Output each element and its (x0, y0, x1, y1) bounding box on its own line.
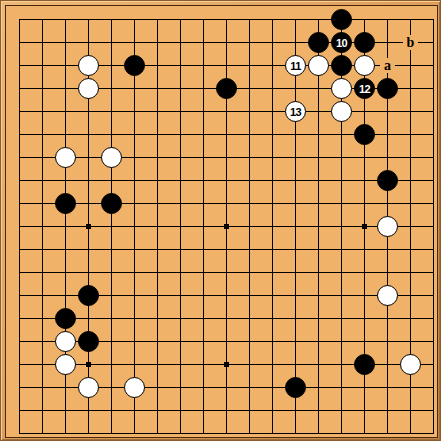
intersection-c5-r10[interactable] (100, 215, 123, 238)
intersection-c17-r6[interactable] (376, 123, 399, 146)
intersection-c9-r18[interactable] (192, 399, 215, 422)
intersection-c3-r9[interactable] (54, 192, 77, 215)
intersection-c1-r14[interactable] (8, 307, 31, 330)
intersection-c12-r3[interactable] (261, 54, 284, 77)
intersection-c4-r12[interactable] (77, 261, 100, 284)
intersection-c4-r7[interactable] (77, 146, 100, 169)
intersection-c7-r3[interactable] (146, 54, 169, 77)
intersection-c12-r6[interactable] (261, 123, 284, 146)
intersection-c17-r19[interactable] (376, 422, 399, 441)
intersection-c9-r7[interactable] (192, 146, 215, 169)
intersection-c17-r7[interactable] (376, 146, 399, 169)
intersection-c15-r9[interactable] (330, 192, 353, 215)
intersection-c16-r6[interactable] (353, 123, 376, 146)
intersection-c16-r1[interactable] (353, 8, 376, 31)
intersection-c15-r3[interactable] (330, 54, 353, 77)
intersection-c11-r14[interactable] (238, 307, 261, 330)
intersection-c12-r4[interactable] (261, 77, 284, 100)
intersection-c2-r15[interactable] (31, 330, 54, 353)
intersection-c11-r4[interactable] (238, 77, 261, 100)
intersection-c16-r7[interactable] (353, 146, 376, 169)
intersection-c19-r10[interactable] (422, 215, 441, 238)
intersection-c9-r2[interactable] (192, 31, 215, 54)
intersection-c13-r11[interactable] (284, 238, 307, 261)
intersection-c12-r1[interactable] (261, 8, 284, 31)
intersection-c17-r10[interactable] (376, 215, 399, 238)
intersection-c3-r5[interactable] (54, 100, 77, 123)
intersection-c7-r12[interactable] (146, 261, 169, 284)
intersection-c19-r5[interactable] (422, 100, 441, 123)
intersection-c16-r17[interactable] (353, 376, 376, 399)
intersection-c15-r19[interactable] (330, 422, 353, 441)
intersection-c6-r7[interactable] (123, 146, 146, 169)
intersection-c18-r3[interactable] (399, 54, 422, 77)
intersection-c1-r11[interactable] (8, 238, 31, 261)
intersection-c19-r16[interactable] (422, 353, 441, 376)
intersection-c15-r10[interactable] (330, 215, 353, 238)
intersection-c7-r14[interactable] (146, 307, 169, 330)
intersection-c12-r5[interactable] (261, 100, 284, 123)
intersection-c17-r5[interactable] (376, 100, 399, 123)
intersection-c13-r16[interactable] (284, 353, 307, 376)
intersection-c7-r15[interactable] (146, 330, 169, 353)
intersection-c7-r17[interactable] (146, 376, 169, 399)
intersection-c16-r4[interactable]: 12 (353, 77, 376, 100)
intersection-c9-r17[interactable] (192, 376, 215, 399)
intersection-c11-r9[interactable] (238, 192, 261, 215)
intersection-c7-r1[interactable] (146, 8, 169, 31)
intersection-c1-r1[interactable] (8, 8, 31, 31)
intersection-c14-r11[interactable] (307, 238, 330, 261)
intersection-c10-r10[interactable] (215, 215, 238, 238)
intersection-c2-r19[interactable] (31, 422, 54, 441)
intersection-c15-r15[interactable] (330, 330, 353, 353)
intersection-c12-r19[interactable] (261, 422, 284, 441)
intersection-c18-r14[interactable] (399, 307, 422, 330)
intersection-c11-r15[interactable] (238, 330, 261, 353)
intersection-c19-r2[interactable] (422, 31, 441, 54)
intersection-c6-r13[interactable] (123, 284, 146, 307)
intersection-c10-r15[interactable] (215, 330, 238, 353)
intersection-c6-r16[interactable] (123, 353, 146, 376)
intersection-c13-r9[interactable] (284, 192, 307, 215)
intersection-c7-r7[interactable] (146, 146, 169, 169)
intersection-c11-r2[interactable] (238, 31, 261, 54)
intersection-c1-r17[interactable] (8, 376, 31, 399)
intersection-c9-r3[interactable] (192, 54, 215, 77)
intersection-c12-r13[interactable] (261, 284, 284, 307)
intersection-c18-r17[interactable] (399, 376, 422, 399)
intersection-c10-r13[interactable] (215, 284, 238, 307)
intersection-c14-r3[interactable] (307, 54, 330, 77)
intersection-c6-r11[interactable] (123, 238, 146, 261)
intersection-c7-r2[interactable] (146, 31, 169, 54)
intersection-c19-r1[interactable] (422, 8, 441, 31)
intersection-c15-r6[interactable] (330, 123, 353, 146)
intersection-c2-r16[interactable] (31, 353, 54, 376)
intersection-c6-r17[interactable] (123, 376, 146, 399)
intersection-c18-r9[interactable] (399, 192, 422, 215)
intersection-c8-r7[interactable] (169, 146, 192, 169)
intersection-c17-r12[interactable] (376, 261, 399, 284)
intersection-c8-r5[interactable] (169, 100, 192, 123)
intersection-c10-r2[interactable] (215, 31, 238, 54)
intersection-c13-r18[interactable] (284, 399, 307, 422)
intersection-c7-r11[interactable] (146, 238, 169, 261)
intersection-c1-r16[interactable] (8, 353, 31, 376)
intersection-c1-r19[interactable] (8, 422, 31, 441)
intersection-c14-r10[interactable] (307, 215, 330, 238)
intersection-c13-r15[interactable] (284, 330, 307, 353)
intersection-c6-r10[interactable] (123, 215, 146, 238)
intersection-c14-r9[interactable] (307, 192, 330, 215)
intersection-c3-r13[interactable] (54, 284, 77, 307)
intersection-c14-r1[interactable] (307, 8, 330, 31)
intersection-c18-r10[interactable] (399, 215, 422, 238)
intersection-c8-r16[interactable] (169, 353, 192, 376)
intersection-c11-r5[interactable] (238, 100, 261, 123)
intersection-c3-r14[interactable] (54, 307, 77, 330)
intersection-c17-r2[interactable] (376, 31, 399, 54)
intersection-c1-r12[interactable] (8, 261, 31, 284)
intersection-c6-r5[interactable] (123, 100, 146, 123)
intersection-c19-r11[interactable] (422, 238, 441, 261)
intersection-c5-r5[interactable] (100, 100, 123, 123)
intersection-c12-r12[interactable] (261, 261, 284, 284)
intersection-c8-r6[interactable] (169, 123, 192, 146)
intersection-c16-r19[interactable] (353, 422, 376, 441)
intersection-c12-r9[interactable] (261, 192, 284, 215)
intersection-c15-r11[interactable] (330, 238, 353, 261)
intersection-c13-r1[interactable] (284, 8, 307, 31)
intersection-c2-r8[interactable] (31, 169, 54, 192)
intersection-c5-r8[interactable] (100, 169, 123, 192)
intersection-c13-r5[interactable]: 13 (284, 100, 307, 123)
intersection-c3-r7[interactable] (54, 146, 77, 169)
intersection-c18-r2[interactable]: b (399, 31, 422, 54)
intersection-c1-r9[interactable] (8, 192, 31, 215)
intersection-c18-r13[interactable] (399, 284, 422, 307)
intersection-c10-r3[interactable] (215, 54, 238, 77)
intersection-c5-r6[interactable] (100, 123, 123, 146)
intersection-c9-r9[interactable] (192, 192, 215, 215)
intersection-c1-r8[interactable] (8, 169, 31, 192)
intersection-c3-r16[interactable] (54, 353, 77, 376)
intersection-c2-r1[interactable] (31, 8, 54, 31)
intersection-c15-r2[interactable]: 10 (330, 31, 353, 54)
intersection-c17-r1[interactable] (376, 8, 399, 31)
intersection-c11-r3[interactable] (238, 54, 261, 77)
intersection-c6-r6[interactable] (123, 123, 146, 146)
intersection-c10-r7[interactable] (215, 146, 238, 169)
intersection-c1-r2[interactable] (8, 31, 31, 54)
intersection-c7-r6[interactable] (146, 123, 169, 146)
intersection-c16-r13[interactable] (353, 284, 376, 307)
intersection-c3-r19[interactable] (54, 422, 77, 441)
intersection-c1-r6[interactable] (8, 123, 31, 146)
intersection-c13-r8[interactable] (284, 169, 307, 192)
intersection-c19-r12[interactable] (422, 261, 441, 284)
intersection-c4-r4[interactable] (77, 77, 100, 100)
intersection-c15-r17[interactable] (330, 376, 353, 399)
intersection-c10-r4[interactable] (215, 77, 238, 100)
intersection-c1-r3[interactable] (8, 54, 31, 77)
intersection-c18-r16[interactable] (399, 353, 422, 376)
intersection-c13-r3[interactable]: 11 (284, 54, 307, 77)
intersection-c11-r6[interactable] (238, 123, 261, 146)
intersection-c18-r11[interactable] (399, 238, 422, 261)
intersection-c14-r18[interactable] (307, 399, 330, 422)
intersection-c7-r8[interactable] (146, 169, 169, 192)
intersection-c3-r3[interactable] (54, 54, 77, 77)
intersection-c10-r19[interactable] (215, 422, 238, 441)
intersection-c10-r18[interactable] (215, 399, 238, 422)
intersection-c11-r17[interactable] (238, 376, 261, 399)
intersection-c17-r3[interactable]: a (376, 54, 399, 77)
intersection-c9-r12[interactable] (192, 261, 215, 284)
intersection-c14-r19[interactable] (307, 422, 330, 441)
intersection-c6-r14[interactable] (123, 307, 146, 330)
intersection-c13-r4[interactable] (284, 77, 307, 100)
intersection-c13-r7[interactable] (284, 146, 307, 169)
intersection-c9-r15[interactable] (192, 330, 215, 353)
intersection-c4-r19[interactable] (77, 422, 100, 441)
intersection-c18-r19[interactable] (399, 422, 422, 441)
intersection-c9-r1[interactable] (192, 8, 215, 31)
intersection-c8-r2[interactable] (169, 31, 192, 54)
intersection-c6-r18[interactable] (123, 399, 146, 422)
intersection-c14-r16[interactable] (307, 353, 330, 376)
intersection-c2-r10[interactable] (31, 215, 54, 238)
intersection-c5-r15[interactable] (100, 330, 123, 353)
intersection-c16-r8[interactable] (353, 169, 376, 192)
intersection-c9-r8[interactable] (192, 169, 215, 192)
intersection-c14-r8[interactable] (307, 169, 330, 192)
intersection-c18-r12[interactable] (399, 261, 422, 284)
intersection-c3-r18[interactable] (54, 399, 77, 422)
intersection-c5-r3[interactable] (100, 54, 123, 77)
intersection-c10-r11[interactable] (215, 238, 238, 261)
intersection-c13-r2[interactable] (284, 31, 307, 54)
intersection-c17-r4[interactable] (376, 77, 399, 100)
intersection-c15-r5[interactable] (330, 100, 353, 123)
intersection-c4-r10[interactable] (77, 215, 100, 238)
intersection-c17-r17[interactable] (376, 376, 399, 399)
intersection-c1-r7[interactable] (8, 146, 31, 169)
intersection-c7-r16[interactable] (146, 353, 169, 376)
intersection-c17-r16[interactable] (376, 353, 399, 376)
intersection-c11-r13[interactable] (238, 284, 261, 307)
intersection-c5-r12[interactable] (100, 261, 123, 284)
intersection-c12-r8[interactable] (261, 169, 284, 192)
intersection-c10-r5[interactable] (215, 100, 238, 123)
intersection-c16-r16[interactable] (353, 353, 376, 376)
intersection-c5-r13[interactable] (100, 284, 123, 307)
intersection-c11-r12[interactable] (238, 261, 261, 284)
intersection-c10-r14[interactable] (215, 307, 238, 330)
intersection-c8-r11[interactable] (169, 238, 192, 261)
intersection-c17-r18[interactable] (376, 399, 399, 422)
intersection-c2-r17[interactable] (31, 376, 54, 399)
intersection-c5-r2[interactable] (100, 31, 123, 54)
intersection-c15-r16[interactable] (330, 353, 353, 376)
intersection-c2-r3[interactable] (31, 54, 54, 77)
intersection-c17-r14[interactable] (376, 307, 399, 330)
intersection-c15-r7[interactable] (330, 146, 353, 169)
intersection-c18-r5[interactable] (399, 100, 422, 123)
intersection-c14-r7[interactable] (307, 146, 330, 169)
intersection-c3-r15[interactable] (54, 330, 77, 353)
intersection-c2-r14[interactable] (31, 307, 54, 330)
intersection-c18-r4[interactable] (399, 77, 422, 100)
intersection-c15-r12[interactable] (330, 261, 353, 284)
intersection-c13-r10[interactable] (284, 215, 307, 238)
intersection-c2-r9[interactable] (31, 192, 54, 215)
intersection-c9-r16[interactable] (192, 353, 215, 376)
intersection-c16-r9[interactable] (353, 192, 376, 215)
intersection-c4-r5[interactable] (77, 100, 100, 123)
intersection-c1-r15[interactable] (8, 330, 31, 353)
intersection-c15-r18[interactable] (330, 399, 353, 422)
intersection-c13-r6[interactable] (284, 123, 307, 146)
intersection-c12-r11[interactable] (261, 238, 284, 261)
intersection-c11-r8[interactable] (238, 169, 261, 192)
intersection-c14-r2[interactable] (307, 31, 330, 54)
intersection-c3-r10[interactable] (54, 215, 77, 238)
intersection-c3-r11[interactable] (54, 238, 77, 261)
intersection-c1-r5[interactable] (8, 100, 31, 123)
intersection-c8-r3[interactable] (169, 54, 192, 77)
intersection-c4-r9[interactable] (77, 192, 100, 215)
intersection-c19-r9[interactable] (422, 192, 441, 215)
intersection-c2-r12[interactable] (31, 261, 54, 284)
intersection-c11-r1[interactable] (238, 8, 261, 31)
intersection-c19-r18[interactable] (422, 399, 441, 422)
intersection-c18-r7[interactable] (399, 146, 422, 169)
intersection-c15-r8[interactable] (330, 169, 353, 192)
intersection-c1-r10[interactable] (8, 215, 31, 238)
intersection-c17-r15[interactable] (376, 330, 399, 353)
intersection-c16-r2[interactable] (353, 31, 376, 54)
intersection-c14-r13[interactable] (307, 284, 330, 307)
intersection-c5-r9[interactable] (100, 192, 123, 215)
intersection-c6-r19[interactable] (123, 422, 146, 441)
intersection-c17-r8[interactable] (376, 169, 399, 192)
intersection-c19-r3[interactable] (422, 54, 441, 77)
intersection-c7-r19[interactable] (146, 422, 169, 441)
intersection-c14-r15[interactable] (307, 330, 330, 353)
intersection-c19-r8[interactable] (422, 169, 441, 192)
intersection-c5-r16[interactable] (100, 353, 123, 376)
intersection-c13-r13[interactable] (284, 284, 307, 307)
intersection-c4-r15[interactable] (77, 330, 100, 353)
intersection-c12-r17[interactable] (261, 376, 284, 399)
intersection-c7-r9[interactable] (146, 192, 169, 215)
intersection-c16-r12[interactable] (353, 261, 376, 284)
intersection-c8-r15[interactable] (169, 330, 192, 353)
intersection-c10-r16[interactable] (215, 353, 238, 376)
intersection-c7-r4[interactable] (146, 77, 169, 100)
intersection-c6-r8[interactable] (123, 169, 146, 192)
intersection-c4-r2[interactable] (77, 31, 100, 54)
intersection-c4-r11[interactable] (77, 238, 100, 261)
intersection-c17-r11[interactable] (376, 238, 399, 261)
intersection-c16-r3[interactable] (353, 54, 376, 77)
intersection-c12-r7[interactable] (261, 146, 284, 169)
intersection-c8-r8[interactable] (169, 169, 192, 192)
intersection-c11-r11[interactable] (238, 238, 261, 261)
intersection-c5-r4[interactable] (100, 77, 123, 100)
intersection-c7-r5[interactable] (146, 100, 169, 123)
intersection-c9-r19[interactable] (192, 422, 215, 441)
intersection-c9-r11[interactable] (192, 238, 215, 261)
intersection-c7-r18[interactable] (146, 399, 169, 422)
intersection-c2-r13[interactable] (31, 284, 54, 307)
intersection-c2-r6[interactable] (31, 123, 54, 146)
intersection-c15-r13[interactable] (330, 284, 353, 307)
intersection-c3-r12[interactable] (54, 261, 77, 284)
intersection-c8-r12[interactable] (169, 261, 192, 284)
intersection-c16-r14[interactable] (353, 307, 376, 330)
intersection-c15-r4[interactable] (330, 77, 353, 100)
intersection-c5-r18[interactable] (100, 399, 123, 422)
intersection-c14-r4[interactable] (307, 77, 330, 100)
intersection-c4-r14[interactable] (77, 307, 100, 330)
intersection-c8-r19[interactable] (169, 422, 192, 441)
intersection-c11-r18[interactable] (238, 399, 261, 422)
intersection-c5-r11[interactable] (100, 238, 123, 261)
intersection-c19-r15[interactable] (422, 330, 441, 353)
intersection-c7-r10[interactable] (146, 215, 169, 238)
intersection-c4-r17[interactable] (77, 376, 100, 399)
intersection-c8-r10[interactable] (169, 215, 192, 238)
intersection-c7-r13[interactable] (146, 284, 169, 307)
intersection-c8-r17[interactable] (169, 376, 192, 399)
intersection-c11-r16[interactable] (238, 353, 261, 376)
intersection-c13-r17[interactable] (284, 376, 307, 399)
intersection-c3-r2[interactable] (54, 31, 77, 54)
intersection-c14-r12[interactable] (307, 261, 330, 284)
intersection-c4-r6[interactable] (77, 123, 100, 146)
intersection-c10-r17[interactable] (215, 376, 238, 399)
intersection-c16-r10[interactable] (353, 215, 376, 238)
intersection-c14-r6[interactable] (307, 123, 330, 146)
intersection-c17-r13[interactable] (376, 284, 399, 307)
intersection-c5-r1[interactable] (100, 8, 123, 31)
intersection-c9-r10[interactable] (192, 215, 215, 238)
intersection-c12-r16[interactable] (261, 353, 284, 376)
intersection-c18-r15[interactable] (399, 330, 422, 353)
intersection-c8-r4[interactable] (169, 77, 192, 100)
intersection-c9-r5[interactable] (192, 100, 215, 123)
intersection-c5-r7[interactable] (100, 146, 123, 169)
intersection-c6-r4[interactable] (123, 77, 146, 100)
intersection-c19-r17[interactable] (422, 376, 441, 399)
intersection-c10-r1[interactable] (215, 8, 238, 31)
intersection-c12-r2[interactable] (261, 31, 284, 54)
intersection-c19-r19[interactable] (422, 422, 441, 441)
intersection-c6-r15[interactable] (123, 330, 146, 353)
intersection-c14-r5[interactable] (307, 100, 330, 123)
intersection-c8-r14[interactable] (169, 307, 192, 330)
intersection-c1-r4[interactable] (8, 77, 31, 100)
intersection-c9-r6[interactable] (192, 123, 215, 146)
intersection-c2-r7[interactable] (31, 146, 54, 169)
intersection-c1-r13[interactable] (8, 284, 31, 307)
intersection-c4-r18[interactable] (77, 399, 100, 422)
intersection-c10-r8[interactable] (215, 169, 238, 192)
intersection-c13-r14[interactable] (284, 307, 307, 330)
